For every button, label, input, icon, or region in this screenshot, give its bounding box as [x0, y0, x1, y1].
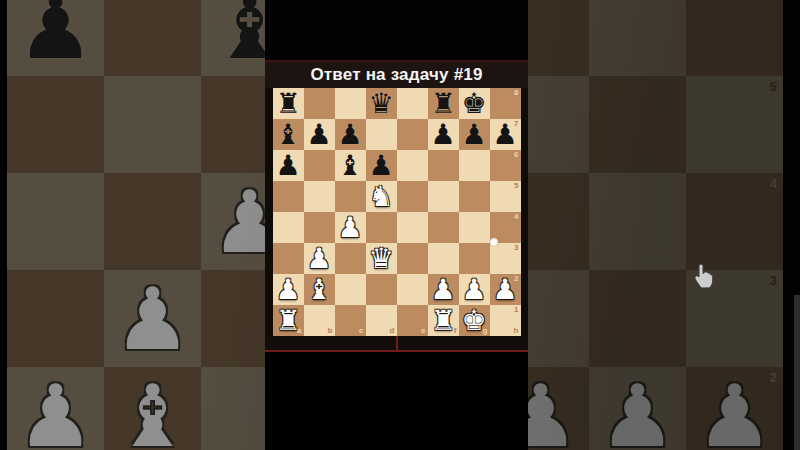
- file-label: b: [328, 327, 333, 335]
- bg-square-h5: 5: [686, 76, 783, 173]
- right-edge-sliver: [794, 295, 800, 450]
- rank-label: 6: [514, 151, 518, 159]
- black-pawn: ♟: [368, 152, 393, 180]
- square-h1[interactable]: 1h: [490, 305, 521, 336]
- rank-label: 3: [770, 274, 777, 287]
- square-b1[interactable]: b: [304, 305, 335, 336]
- rank-label: 2: [770, 371, 777, 384]
- square-g2[interactable]: ♟: [459, 274, 490, 305]
- black-rook: ♜: [275, 90, 300, 118]
- left-black-strip: [0, 0, 7, 450]
- square-a6[interactable]: ♟: [273, 150, 304, 181]
- video-bottom-letterbox: [265, 352, 528, 450]
- square-a5[interactable]: [273, 181, 304, 212]
- square-f3[interactable]: [428, 243, 459, 274]
- video-top-letterbox: [265, 0, 528, 60]
- square-c1[interactable]: c: [335, 305, 366, 336]
- square-e1[interactable]: e: [397, 305, 428, 336]
- square-f1[interactable]: ♜f: [428, 305, 459, 336]
- file-label: d: [390, 327, 395, 335]
- video-title: Ответ на задачу #19: [310, 65, 482, 85]
- white-pawn: ♟: [306, 245, 331, 273]
- black-bishop: ♝: [337, 152, 362, 180]
- square-h2[interactable]: ♟2: [490, 274, 521, 305]
- rank-label: 4: [770, 177, 777, 190]
- bg-square-b2: ♝: [104, 367, 201, 450]
- board-area: ♜♛♜♚8♝♟♟♟♟♟7♟♝♟6♞5♟4♟♛3♟♝♟♟♟2♜abcde♜f♚g1…: [265, 88, 528, 336]
- square-f7[interactable]: ♟: [428, 119, 459, 150]
- square-a7[interactable]: ♝: [273, 119, 304, 150]
- bg-square-g6: [589, 0, 686, 76]
- bg-square-h6: 6: [686, 0, 783, 76]
- file-label: c: [359, 327, 363, 335]
- black-pawn: ♟: [430, 121, 455, 149]
- square-e4[interactable]: [397, 212, 428, 243]
- square-a3[interactable]: [273, 243, 304, 274]
- square-e3[interactable]: [397, 243, 428, 274]
- square-h7[interactable]: ♟7: [490, 119, 521, 150]
- square-g1[interactable]: ♚g: [459, 305, 490, 336]
- hand-cursor-icon: [694, 263, 714, 290]
- chess-board[interactable]: ♜♛♜♚8♝♟♟♟♟♟7♟♝♟6♞5♟4♟♛3♟♝♟♟♟2♜abcde♜f♚g1…: [273, 88, 521, 336]
- file-label: f: [454, 327, 457, 335]
- white-pawn: ♟: [275, 276, 300, 304]
- white-bishop: ♝: [306, 276, 331, 304]
- rank-label: 1: [514, 306, 518, 314]
- rank-label: 5: [514, 182, 518, 190]
- rank-label: 7: [514, 120, 518, 128]
- square-g7[interactable]: ♟: [459, 119, 490, 150]
- square-d6[interactable]: ♟: [366, 150, 397, 181]
- square-d4[interactable]: [366, 212, 397, 243]
- square-f4[interactable]: [428, 212, 459, 243]
- black-rook: ♜: [430, 90, 455, 118]
- file-label: g: [483, 327, 488, 335]
- black-queen: ♛: [368, 90, 393, 118]
- marker-dot: [490, 238, 498, 246]
- black-king: ♚: [461, 90, 486, 118]
- black-pawn: ♟: [461, 121, 486, 149]
- bg-square-g2: ♟: [589, 367, 686, 450]
- square-d2[interactable]: [366, 274, 397, 305]
- white-pawn: ♟: [696, 373, 773, 450]
- square-a2[interactable]: ♟: [273, 274, 304, 305]
- bg-square-b5: [104, 76, 201, 173]
- square-c2[interactable]: [335, 274, 366, 305]
- square-a4[interactable]: [273, 212, 304, 243]
- bg-square-a5: [7, 76, 104, 173]
- white-bishop: ♝: [114, 373, 191, 450]
- bg-square-b4: [104, 173, 201, 270]
- divider-line-vertical: [396, 336, 398, 350]
- black-bishop: ♝: [275, 121, 300, 149]
- bg-square-h4: 4: [686, 173, 783, 270]
- square-a1[interactable]: ♜a: [273, 305, 304, 336]
- square-d1[interactable]: d: [366, 305, 397, 336]
- square-e8[interactable]: [397, 88, 428, 119]
- bg-square-a6: ♟: [7, 0, 104, 76]
- rank-label: 2: [514, 275, 518, 283]
- square-f2[interactable]: ♟: [428, 274, 459, 305]
- square-b5[interactable]: [304, 181, 335, 212]
- white-pawn: ♟: [114, 276, 191, 362]
- file-label: e: [421, 327, 425, 335]
- square-d3[interactable]: ♛: [366, 243, 397, 274]
- square-f6[interactable]: [428, 150, 459, 181]
- bg-square-g4: [589, 173, 686, 270]
- square-g5[interactable]: [459, 181, 490, 212]
- square-c8[interactable]: [335, 88, 366, 119]
- square-b6[interactable]: [304, 150, 335, 181]
- title-bar: Ответ на задачу #19: [265, 60, 528, 88]
- square-g3[interactable]: [459, 243, 490, 274]
- white-knight: ♞: [368, 183, 393, 211]
- square-h8[interactable]: 8: [490, 88, 521, 119]
- bg-square-g5: [589, 76, 686, 173]
- black-pawn: ♟: [275, 152, 300, 180]
- square-b8[interactable]: [304, 88, 335, 119]
- square-c7[interactable]: ♟: [335, 119, 366, 150]
- square-c4[interactable]: ♟: [335, 212, 366, 243]
- square-b7[interactable]: ♟: [304, 119, 335, 150]
- white-rook: ♜: [430, 307, 455, 335]
- white-pawn: ♟: [337, 214, 362, 242]
- square-h5[interactable]: 5: [490, 181, 521, 212]
- bg-square-a2: ♟: [7, 367, 104, 450]
- square-g6[interactable]: [459, 150, 490, 181]
- bg-square-h2: ♟2: [686, 367, 783, 450]
- square-f8[interactable]: ♜: [428, 88, 459, 119]
- square-e5[interactable]: [397, 181, 428, 212]
- square-g8[interactable]: ♚: [459, 88, 490, 119]
- rank-label: 4: [514, 213, 518, 221]
- black-pawn: ♟: [306, 121, 331, 149]
- video-column[interactable]: Ответ на задачу #19 ♜♛♜♚8♝♟♟♟♟♟7♟♝♟6♞5♟4…: [265, 0, 528, 450]
- video-frame: ♜♛♜♚8♝♟♟♟♟♟7♟♝♟6♞5♟4♟♛3♟♝♟♟♟2♜abcde♜f♚g1…: [0, 0, 800, 450]
- rank-label: 8: [514, 89, 518, 97]
- square-e7[interactable]: [397, 119, 428, 150]
- square-h6[interactable]: 6: [490, 150, 521, 181]
- square-g4[interactable]: [459, 212, 490, 243]
- black-pawn: ♟: [337, 121, 362, 149]
- square-b3[interactable]: ♟: [304, 243, 335, 274]
- square-c5[interactable]: [335, 181, 366, 212]
- file-label: h: [514, 327, 519, 335]
- white-pawn: ♟: [17, 373, 94, 450]
- white-pawn: ♟: [461, 276, 486, 304]
- square-b4[interactable]: [304, 212, 335, 243]
- bottom-band: [265, 336, 528, 350]
- white-pawn: ♟: [599, 373, 676, 450]
- rank-label: 3: [514, 244, 518, 252]
- bg-square-b6: [104, 0, 201, 76]
- square-e2[interactable]: [397, 274, 428, 305]
- bg-square-b3: ♟: [104, 270, 201, 367]
- square-f5[interactable]: [428, 181, 459, 212]
- file-label: a: [297, 327, 301, 335]
- square-d5[interactable]: ♞: [366, 181, 397, 212]
- bg-square-g3: [589, 270, 686, 367]
- square-d8[interactable]: ♛: [366, 88, 397, 119]
- square-d7[interactable]: [366, 119, 397, 150]
- black-pawn: ♟: [17, 0, 94, 71]
- white-queen: ♛: [368, 245, 393, 273]
- square-a8[interactable]: ♜: [273, 88, 304, 119]
- square-c6[interactable]: ♝: [335, 150, 366, 181]
- white-pawn: ♟: [430, 276, 455, 304]
- square-e6[interactable]: [397, 150, 428, 181]
- bg-square-a4: [7, 173, 104, 270]
- square-b2[interactable]: ♝: [304, 274, 335, 305]
- bg-square-a3: [7, 270, 104, 367]
- square-h3[interactable]: 3: [490, 243, 521, 274]
- square-c3[interactable]: [335, 243, 366, 274]
- rank-label: 5: [770, 80, 777, 93]
